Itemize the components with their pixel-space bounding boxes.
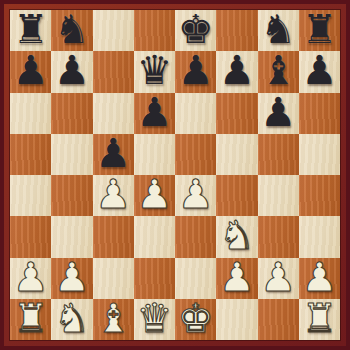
square-c5[interactable]: ♟: [93, 134, 134, 175]
piece-white-queen[interactable]: ♛: [136, 298, 172, 339]
square-f8[interactable]: [216, 10, 257, 51]
piece-black-pawn[interactable]: ♟: [301, 50, 337, 91]
piece-black-pawn[interactable]: ♟: [178, 50, 214, 91]
piece-black-bishop[interactable]: ♝: [260, 50, 296, 91]
square-d4[interactable]: ♟: [134, 175, 175, 216]
square-h7[interactable]: ♟: [299, 51, 340, 92]
square-f5[interactable]: [216, 134, 257, 175]
square-h1[interactable]: ♜: [299, 299, 340, 340]
piece-white-pawn[interactable]: ♟: [219, 257, 255, 298]
square-a1[interactable]: ♜: [10, 299, 51, 340]
piece-white-pawn[interactable]: ♟: [54, 257, 90, 298]
piece-black-king[interactable]: ♚: [178, 9, 214, 50]
square-g1[interactable]: [258, 299, 299, 340]
square-d2[interactable]: [134, 258, 175, 299]
square-c1[interactable]: ♝: [93, 299, 134, 340]
square-b3[interactable]: [51, 216, 92, 257]
piece-black-rook[interactable]: ♜: [13, 9, 49, 50]
piece-white-rook[interactable]: ♜: [301, 298, 337, 339]
square-d6[interactable]: ♟: [134, 93, 175, 134]
square-h4[interactable]: [299, 175, 340, 216]
square-g3[interactable]: [258, 216, 299, 257]
square-g5[interactable]: [258, 134, 299, 175]
square-h8[interactable]: ♜: [299, 10, 340, 51]
piece-white-pawn[interactable]: ♟: [13, 257, 49, 298]
square-h3[interactable]: [299, 216, 340, 257]
square-f7[interactable]: ♟: [216, 51, 257, 92]
piece-black-knight[interactable]: ♞: [54, 9, 90, 50]
piece-white-knight[interactable]: ♞: [54, 298, 90, 339]
square-h5[interactable]: [299, 134, 340, 175]
square-e3[interactable]: [175, 216, 216, 257]
square-g2[interactable]: ♟: [258, 258, 299, 299]
square-e1[interactable]: ♚: [175, 299, 216, 340]
board-frame: ♜♞♚♞♜♟♟♛♟♟♝♟♟♟♟♟♟♟♞♟♟♟♟♟♜♞♝♛♚♜: [0, 0, 350, 350]
square-b1[interactable]: ♞: [51, 299, 92, 340]
piece-white-pawn[interactable]: ♟: [260, 257, 296, 298]
piece-white-knight[interactable]: ♞: [219, 215, 255, 256]
square-b6[interactable]: [51, 93, 92, 134]
square-c4[interactable]: ♟: [93, 175, 134, 216]
piece-white-pawn[interactable]: ♟: [95, 174, 131, 215]
square-a3[interactable]: [10, 216, 51, 257]
square-b8[interactable]: ♞: [51, 10, 92, 51]
square-h2[interactable]: ♟: [299, 258, 340, 299]
square-d8[interactable]: [134, 10, 175, 51]
square-g4[interactable]: [258, 175, 299, 216]
square-a5[interactable]: [10, 134, 51, 175]
square-a6[interactable]: [10, 93, 51, 134]
square-d1[interactable]: ♛: [134, 299, 175, 340]
square-g7[interactable]: ♝: [258, 51, 299, 92]
piece-black-pawn[interactable]: ♟: [95, 133, 131, 174]
square-d7[interactable]: ♛: [134, 51, 175, 92]
square-e2[interactable]: [175, 258, 216, 299]
piece-black-pawn[interactable]: ♟: [260, 92, 296, 133]
piece-black-pawn[interactable]: ♟: [136, 92, 172, 133]
piece-black-pawn[interactable]: ♟: [54, 50, 90, 91]
square-b7[interactable]: ♟: [51, 51, 92, 92]
chess-board: ♜♞♚♞♜♟♟♛♟♟♝♟♟♟♟♟♟♟♞♟♟♟♟♟♜♞♝♛♚♜: [10, 10, 340, 340]
square-g8[interactable]: ♞: [258, 10, 299, 51]
piece-black-queen[interactable]: ♛: [136, 50, 172, 91]
square-f6[interactable]: [216, 93, 257, 134]
square-d5[interactable]: [134, 134, 175, 175]
square-c7[interactable]: [93, 51, 134, 92]
square-h6[interactable]: [299, 93, 340, 134]
square-d3[interactable]: [134, 216, 175, 257]
square-f3[interactable]: ♞: [216, 216, 257, 257]
piece-black-knight[interactable]: ♞: [260, 9, 296, 50]
square-a2[interactable]: ♟: [10, 258, 51, 299]
square-e7[interactable]: ♟: [175, 51, 216, 92]
square-b4[interactable]: [51, 175, 92, 216]
square-c6[interactable]: [93, 93, 134, 134]
square-f4[interactable]: [216, 175, 257, 216]
square-a8[interactable]: ♜: [10, 10, 51, 51]
square-b2[interactable]: ♟: [51, 258, 92, 299]
square-e8[interactable]: ♚: [175, 10, 216, 51]
square-c8[interactable]: [93, 10, 134, 51]
square-e4[interactable]: ♟: [175, 175, 216, 216]
piece-black-rook[interactable]: ♜: [301, 9, 337, 50]
piece-black-pawn[interactable]: ♟: [219, 50, 255, 91]
square-e6[interactable]: [175, 93, 216, 134]
square-a4[interactable]: [10, 175, 51, 216]
square-e5[interactable]: [175, 134, 216, 175]
piece-white-king[interactable]: ♚: [178, 298, 214, 339]
square-c2[interactable]: [93, 258, 134, 299]
piece-black-pawn[interactable]: ♟: [13, 50, 49, 91]
square-f1[interactable]: [216, 299, 257, 340]
square-c3[interactable]: [93, 216, 134, 257]
piece-white-pawn[interactable]: ♟: [301, 257, 337, 298]
piece-white-bishop[interactable]: ♝: [95, 298, 131, 339]
square-b5[interactable]: [51, 134, 92, 175]
square-g6[interactable]: ♟: [258, 93, 299, 134]
piece-white-rook[interactable]: ♜: [13, 298, 49, 339]
piece-white-pawn[interactable]: ♟: [136, 174, 172, 215]
square-f2[interactable]: ♟: [216, 258, 257, 299]
square-a7[interactable]: ♟: [10, 51, 51, 92]
piece-white-pawn[interactable]: ♟: [178, 174, 214, 215]
